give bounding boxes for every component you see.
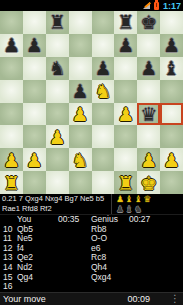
square-h3[interactable] bbox=[160, 125, 183, 148]
square-f5[interactable] bbox=[114, 80, 137, 103]
white-pawn-d4: ♟ bbox=[72, 103, 89, 125]
square-e3[interactable] bbox=[92, 125, 115, 148]
square-c8[interactable]: ♜ bbox=[46, 11, 69, 34]
square-a4[interactable] bbox=[0, 103, 23, 126]
black-knight-c6: ♞ bbox=[49, 57, 66, 79]
square-e7[interactable] bbox=[92, 34, 115, 57]
square-a1[interactable]: ♜ bbox=[0, 171, 23, 194]
black-pawn-b7: ♟ bbox=[26, 34, 43, 56]
square-c7[interactable] bbox=[46, 34, 69, 57]
square-e4[interactable] bbox=[92, 103, 115, 126]
white-clock: 00:35 bbox=[58, 215, 91, 225]
move-number: 16 bbox=[0, 282, 17, 292]
square-h7[interactable]: ♟ bbox=[160, 34, 183, 57]
square-e1[interactable] bbox=[92, 171, 115, 194]
square-b1[interactable] bbox=[23, 171, 46, 194]
black-king-g8: ♚ bbox=[140, 11, 157, 33]
battery-icon bbox=[154, 2, 159, 10]
square-d4[interactable]: ♟ bbox=[69, 103, 92, 126]
white-pawn-h2: ♟ bbox=[163, 149, 180, 171]
square-e8[interactable] bbox=[92, 11, 115, 34]
square-d1[interactable] bbox=[69, 171, 92, 194]
square-g8[interactable]: ♚ bbox=[137, 11, 160, 34]
square-b2[interactable]: ♟ bbox=[23, 148, 46, 171]
black-queen-g4: ♛ bbox=[140, 103, 157, 125]
square-f2[interactable] bbox=[114, 148, 137, 171]
square-f4[interactable]: ♟ bbox=[114, 103, 137, 126]
square-d5[interactable]: ♟ bbox=[69, 80, 92, 103]
black-pawn-f7: ♟ bbox=[117, 34, 134, 56]
move-status-text: Your move bbox=[3, 294, 46, 304]
move-list[interactable]: You 00:35 Genius 00:27 10Qb5Rb811Ne5O-O1… bbox=[0, 215, 183, 292]
app-screen: 1:17 ♜♜♚♟♟♟♟♞♟♟♝♟♞♟♟♛♟♟♟♞♟♟♜♜♚ 0.21 7 Qx… bbox=[0, 0, 183, 305]
white-pawn-a2: ♟ bbox=[3, 149, 20, 171]
square-h6[interactable]: ♝ bbox=[160, 57, 183, 80]
square-g6[interactable]: ♟ bbox=[137, 57, 160, 80]
square-g2[interactable]: ♟ bbox=[137, 148, 160, 171]
square-c1[interactable] bbox=[46, 171, 69, 194]
square-f7[interactable]: ♟ bbox=[114, 34, 137, 57]
square-e5[interactable]: ♞ bbox=[92, 80, 115, 103]
square-d8[interactable] bbox=[69, 11, 92, 34]
square-d6[interactable] bbox=[69, 57, 92, 80]
square-e6[interactable]: ♟ bbox=[92, 57, 115, 80]
square-g3[interactable] bbox=[137, 125, 160, 148]
captured-black-bishop-icon: ♝ bbox=[125, 204, 133, 214]
captured-white-queen-icon: ♛ bbox=[143, 194, 151, 204]
black-bishop-h6: ♝ bbox=[163, 57, 180, 79]
square-a3[interactable] bbox=[0, 125, 23, 148]
square-a2[interactable]: ♟ bbox=[0, 148, 23, 171]
square-a8[interactable] bbox=[0, 11, 23, 34]
square-c4[interactable] bbox=[46, 103, 69, 126]
square-a6[interactable] bbox=[0, 57, 23, 80]
square-b5[interactable] bbox=[23, 80, 46, 103]
captured-white-bishop-icon: ♝ bbox=[125, 194, 133, 204]
square-b4[interactable] bbox=[23, 103, 46, 126]
square-g4[interactable]: ♛ bbox=[137, 103, 160, 126]
captured-black-pawn-icon: ♟ bbox=[116, 204, 124, 214]
square-a5[interactable] bbox=[0, 80, 23, 103]
black-pawn-a7: ♟ bbox=[3, 34, 20, 56]
bottom-bar: Your move 00:09 ⋮ bbox=[0, 292, 183, 305]
black-pawn-h7: ♟ bbox=[163, 34, 180, 56]
black-clock: 00:27 bbox=[129, 215, 159, 225]
black-pawn-g6: ♟ bbox=[140, 57, 157, 79]
white-pawn-c3: ♟ bbox=[49, 126, 66, 148]
android-status-bar: 1:17 bbox=[0, 0, 183, 11]
white-pawn-f4: ♟ bbox=[117, 103, 134, 125]
black-pawn-d5: ♟ bbox=[72, 80, 89, 102]
white-rook-f1: ♜ bbox=[117, 172, 134, 194]
captured-black-pieces-row: ♟♝♞ bbox=[116, 204, 183, 214]
square-b3[interactable] bbox=[23, 125, 46, 148]
white-rook-a1: ♜ bbox=[3, 172, 20, 194]
move-row-16[interactable]: 16 bbox=[0, 282, 183, 292]
captured-pieces-tray[interactable]: ♟♝♝♛ ♟♝♞ bbox=[112, 194, 183, 214]
white-pawn-g2: ♟ bbox=[140, 149, 157, 171]
active-move-clock: 00:09 bbox=[127, 294, 150, 304]
square-d7[interactable] bbox=[69, 34, 92, 57]
overflow-menu-icon[interactable]: ⋮ bbox=[170, 294, 180, 304]
square-h1[interactable] bbox=[160, 171, 183, 194]
square-b7[interactable]: ♟ bbox=[23, 34, 46, 57]
square-h4[interactable] bbox=[160, 103, 183, 126]
engine-analysis-strip: 0.21 7 Qxg4 Nxg4 Bg7 Ne5 b5 Rae1 Rfd8 Rf… bbox=[0, 194, 183, 215]
square-g7[interactable] bbox=[137, 34, 160, 57]
black-rook-f8: ♜ bbox=[117, 11, 134, 33]
white-king-g1: ♚ bbox=[140, 172, 157, 194]
square-d3[interactable] bbox=[69, 125, 92, 148]
square-f8[interactable]: ♜ bbox=[114, 11, 137, 34]
square-b8[interactable] bbox=[23, 11, 46, 34]
square-g1[interactable]: ♚ bbox=[137, 171, 160, 194]
square-h2[interactable]: ♟ bbox=[160, 148, 183, 171]
move-row-15[interactable]: 15Qg4Qxg4 bbox=[0, 273, 183, 283]
square-c5[interactable] bbox=[46, 80, 69, 103]
square-f3[interactable] bbox=[114, 125, 137, 148]
engine-line-text[interactable]: 0.21 7 Qxg4 Nxg4 Bg7 Ne5 b5 Rae1 Rfd8 Rf… bbox=[0, 194, 112, 214]
white-knight-d2: ♞ bbox=[72, 149, 89, 171]
square-a7[interactable]: ♟ bbox=[0, 34, 23, 57]
status-bar-clock: 1:17 bbox=[163, 1, 181, 11]
square-c2[interactable] bbox=[46, 148, 69, 171]
black-move: Qxg4 bbox=[91, 273, 129, 283]
captured-black-knight-icon: ♞ bbox=[134, 204, 142, 214]
square-b6[interactable] bbox=[23, 57, 46, 80]
square-h5[interactable] bbox=[160, 80, 183, 103]
square-h8[interactable] bbox=[160, 11, 183, 34]
captured-white-pieces-row: ♟♝♝♛ bbox=[116, 194, 183, 204]
square-e2[interactable] bbox=[92, 148, 115, 171]
square-f1[interactable]: ♜ bbox=[114, 171, 137, 194]
white-knight-e5: ♞ bbox=[94, 80, 111, 102]
white-pawn-b2: ♟ bbox=[26, 149, 43, 171]
chess-board[interactable]: ♜♜♚♟♟♟♟♞♟♟♝♟♞♟♟♛♟♟♟♞♟♟♜♜♚ bbox=[0, 11, 183, 194]
square-f6[interactable] bbox=[114, 57, 137, 80]
square-d2[interactable]: ♞ bbox=[69, 148, 92, 171]
captured-white-bishop-icon: ♝ bbox=[134, 194, 142, 204]
black-pawn-e6: ♟ bbox=[94, 57, 111, 79]
square-c6[interactable]: ♞ bbox=[46, 57, 69, 80]
black-rook-c8: ♜ bbox=[49, 11, 66, 33]
square-g5[interactable] bbox=[137, 80, 160, 103]
white-move: Qg4 bbox=[17, 273, 58, 283]
square-c3[interactable]: ♟ bbox=[46, 125, 69, 148]
captured-white-pawn-icon: ♟ bbox=[116, 194, 124, 204]
signal-icon bbox=[143, 2, 150, 9]
